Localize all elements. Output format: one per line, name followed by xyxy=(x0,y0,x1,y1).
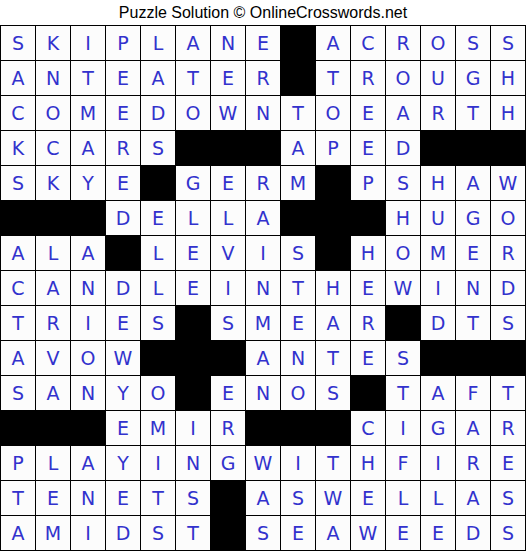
grid-cell: E xyxy=(456,236,490,270)
block-cell xyxy=(246,411,280,445)
grid-cell: E xyxy=(491,446,525,480)
grid-cell: T xyxy=(71,61,105,95)
grid-cell: S xyxy=(491,26,525,60)
grid-cell: O xyxy=(141,376,175,410)
grid-cell: I xyxy=(246,236,280,270)
page-title: Puzzle Solution © OnlineCrosswords.net xyxy=(0,0,526,25)
grid-cell: T xyxy=(386,376,420,410)
grid-cell: A xyxy=(456,481,490,515)
grid-cell: T xyxy=(316,341,350,375)
grid-cell: L xyxy=(36,446,70,480)
grid-cell: E xyxy=(386,516,420,550)
grid-cell: R xyxy=(211,411,245,445)
grid-cell: S xyxy=(1,166,35,200)
grid-cell: S xyxy=(1,376,35,410)
grid-cell: A xyxy=(246,341,280,375)
grid-cell: E xyxy=(351,271,385,305)
grid-cell: R xyxy=(456,446,490,480)
grid-cell: A xyxy=(71,131,105,165)
grid-cell: C xyxy=(1,271,35,305)
block-cell xyxy=(456,341,490,375)
grid-cell: A xyxy=(71,236,105,270)
grid-cell: A xyxy=(36,271,70,305)
grid-cell: R xyxy=(351,306,385,340)
grid-cell: O xyxy=(421,26,455,60)
grid-cell: N xyxy=(176,446,210,480)
grid-cell: E xyxy=(351,341,385,375)
grid-cell: A xyxy=(316,26,350,60)
block-cell xyxy=(211,341,245,375)
grid-cell: F xyxy=(456,376,490,410)
grid-cell: W xyxy=(211,96,245,130)
grid-cell: L xyxy=(141,271,175,305)
grid-cell: E xyxy=(106,96,140,130)
grid-cell: W xyxy=(316,481,350,515)
grid-cell: G xyxy=(211,446,245,480)
block-cell xyxy=(421,341,455,375)
grid-cell: L xyxy=(141,26,175,60)
grid-cell: O xyxy=(36,96,70,130)
grid-cell: A xyxy=(386,96,420,130)
grid-cell: W xyxy=(351,516,385,550)
grid-cell: N xyxy=(36,61,70,95)
grid-cell: E xyxy=(106,306,140,340)
grid-cell: T xyxy=(281,96,315,130)
grid-cell: T xyxy=(281,271,315,305)
grid-cell: R xyxy=(491,411,525,445)
grid-cell: O xyxy=(386,61,420,95)
grid-cell: E xyxy=(176,271,210,305)
block-cell xyxy=(211,131,245,165)
grid-cell: G xyxy=(421,411,455,445)
grid-cell: K xyxy=(1,131,35,165)
grid-cell: S xyxy=(211,306,245,340)
grid-cell: I xyxy=(71,26,105,60)
grid-cell: T xyxy=(456,96,490,130)
grid-cell: T xyxy=(176,516,210,550)
puzzle-solution-page: Puzzle Solution © OnlineCrosswords.net S… xyxy=(0,0,526,551)
grid-cell: M xyxy=(141,411,175,445)
grid-cell: S xyxy=(176,481,210,515)
block-cell xyxy=(316,411,350,445)
grid-cell: N xyxy=(456,271,490,305)
block-cell xyxy=(281,61,315,95)
grid-cell: T xyxy=(176,61,210,95)
grid-cell: R xyxy=(421,96,455,130)
grid-cell: D xyxy=(386,131,420,165)
grid-cell: A xyxy=(316,516,350,550)
block-cell xyxy=(491,341,525,375)
grid-cell: T xyxy=(316,446,350,480)
grid-cell: E xyxy=(351,131,385,165)
grid-cell: A xyxy=(246,481,280,515)
grid-cell: A xyxy=(1,236,35,270)
grid-cell: T xyxy=(491,376,525,410)
grid-cell: R xyxy=(491,236,525,270)
grid-cell: Y xyxy=(71,166,105,200)
grid-cell: A xyxy=(176,26,210,60)
block-cell xyxy=(36,411,70,445)
grid-cell: O xyxy=(176,96,210,130)
grid-cell: C xyxy=(1,96,35,130)
block-cell xyxy=(1,201,35,235)
grid-cell: A xyxy=(1,61,35,95)
grid-cell: M xyxy=(246,306,280,340)
grid-cell: D xyxy=(421,306,455,340)
grid-cell: L xyxy=(176,201,210,235)
block-cell xyxy=(281,201,315,235)
grid-cell: L xyxy=(36,236,70,270)
grid-cell: S xyxy=(491,306,525,340)
grid-cell: C xyxy=(351,26,385,60)
grid-cell: A xyxy=(1,341,35,375)
grid-cell: A xyxy=(141,61,175,95)
grid-cell: U xyxy=(421,201,455,235)
grid-cell: E xyxy=(141,201,175,235)
block-cell xyxy=(141,341,175,375)
grid-cell: U xyxy=(421,61,455,95)
grid-cell: S xyxy=(141,516,175,550)
block-cell xyxy=(71,201,105,235)
block-cell xyxy=(176,131,210,165)
grid-cell: I xyxy=(71,516,105,550)
block-cell xyxy=(456,131,490,165)
grid-cell: G xyxy=(456,61,490,95)
grid-cell: S xyxy=(281,236,315,270)
grid-cell: K xyxy=(36,26,70,60)
grid-cell: R xyxy=(36,306,70,340)
grid-cell: N xyxy=(211,26,245,60)
block-cell xyxy=(246,131,280,165)
grid-cell: S xyxy=(491,481,525,515)
grid-cell: A xyxy=(36,376,70,410)
grid-cell: L xyxy=(421,481,455,515)
grid-cell: A xyxy=(456,411,490,445)
grid-cell: S xyxy=(491,516,525,550)
grid-cell: O xyxy=(71,341,105,375)
grid-cell: A xyxy=(456,166,490,200)
block-cell xyxy=(421,131,455,165)
grid-cell: S xyxy=(456,26,490,60)
grid-cell: O xyxy=(316,96,350,130)
block-cell xyxy=(491,131,525,165)
block-cell xyxy=(211,481,245,515)
grid-cell: C xyxy=(36,131,70,165)
grid-cell: E xyxy=(211,61,245,95)
grid-cell: T xyxy=(1,306,35,340)
grid-cell: V xyxy=(36,341,70,375)
grid-cell: W xyxy=(246,446,280,480)
grid-cell: Y xyxy=(106,446,140,480)
grid-cell: M xyxy=(281,166,315,200)
grid-cell: K xyxy=(36,166,70,200)
grid-cell: O xyxy=(386,236,420,270)
grid-cell: E xyxy=(106,481,140,515)
grid-cell: N xyxy=(281,341,315,375)
grid-cell: P xyxy=(316,131,350,165)
grid-cell: R xyxy=(106,131,140,165)
grid-cell: R xyxy=(246,61,280,95)
grid-cell: H xyxy=(421,166,455,200)
grid-cell: E xyxy=(106,166,140,200)
grid-cell: D xyxy=(141,96,175,130)
grid-cell: P xyxy=(106,26,140,60)
grid-cell: S xyxy=(386,166,420,200)
block-cell xyxy=(1,411,35,445)
grid-cell: E xyxy=(351,96,385,130)
grid-cell: M xyxy=(36,516,70,550)
grid-cell: R xyxy=(351,61,385,95)
grid-cell: E xyxy=(281,516,315,550)
grid-cell: R xyxy=(386,26,420,60)
grid-cell: N xyxy=(71,376,105,410)
grid-cell: D xyxy=(106,516,140,550)
block-cell xyxy=(106,236,140,270)
grid-cell: E xyxy=(106,411,140,445)
grid-cell: E xyxy=(176,236,210,270)
grid-cell: L xyxy=(386,481,420,515)
grid-cell: E xyxy=(36,481,70,515)
grid-cell: P xyxy=(351,166,385,200)
block-cell xyxy=(281,411,315,445)
grid-cell: E xyxy=(421,516,455,550)
block-cell xyxy=(281,26,315,60)
grid-cell: H xyxy=(351,236,385,270)
block-cell xyxy=(351,201,385,235)
grid-cell: S xyxy=(1,26,35,60)
grid-cell: T xyxy=(141,481,175,515)
grid-cell: H xyxy=(491,96,525,130)
grid-cell: S xyxy=(316,376,350,410)
grid-cell: T xyxy=(456,306,490,340)
grid-cell: W xyxy=(386,271,420,305)
grid-cell: I xyxy=(176,411,210,445)
grid-cell: A xyxy=(246,201,280,235)
grid-cell: N xyxy=(246,96,280,130)
block-cell xyxy=(176,376,210,410)
block-cell xyxy=(141,166,175,200)
grid-cell: S xyxy=(141,131,175,165)
grid-cell: D xyxy=(456,516,490,550)
grid-cell: O xyxy=(491,201,525,235)
grid-cell: E xyxy=(106,61,140,95)
grid-cell: E xyxy=(246,26,280,60)
grid-cell: G xyxy=(176,166,210,200)
grid-cell: A xyxy=(421,376,455,410)
block-cell xyxy=(176,306,210,340)
grid-cell: D xyxy=(491,271,525,305)
crossword-grid: SKIPLANEACROSSANTEATERTROUGHCOMEDOWNTOEA… xyxy=(0,25,526,551)
grid-cell: N xyxy=(246,271,280,305)
grid-cell: E xyxy=(281,306,315,340)
grid-cell: I xyxy=(211,271,245,305)
grid-cell: C xyxy=(351,411,385,445)
grid-cell: V xyxy=(211,236,245,270)
grid-cell: T xyxy=(1,481,35,515)
grid-cell: I xyxy=(386,411,420,445)
grid-cell: D xyxy=(106,271,140,305)
grid-cell: I xyxy=(141,446,175,480)
block-cell xyxy=(351,376,385,410)
grid-cell: A xyxy=(1,516,35,550)
grid-cell: O xyxy=(281,376,315,410)
block-cell xyxy=(176,341,210,375)
grid-cell: M xyxy=(71,96,105,130)
block-cell xyxy=(386,306,420,340)
grid-cell: D xyxy=(106,201,140,235)
grid-cell: H xyxy=(491,61,525,95)
grid-cell: S xyxy=(246,516,280,550)
block-cell xyxy=(211,516,245,550)
block-cell xyxy=(316,201,350,235)
grid-cell: T xyxy=(316,61,350,95)
grid-cell: E xyxy=(211,166,245,200)
block-cell xyxy=(36,201,70,235)
grid-cell: W xyxy=(491,166,525,200)
grid-cell: N xyxy=(246,376,280,410)
block-cell xyxy=(316,166,350,200)
grid-cell: G xyxy=(456,201,490,235)
grid-cell: P xyxy=(1,446,35,480)
grid-cell: I xyxy=(281,446,315,480)
grid-cell: W xyxy=(106,341,140,375)
grid-cell: I xyxy=(71,306,105,340)
grid-cell: I xyxy=(421,446,455,480)
grid-cell: A xyxy=(71,446,105,480)
grid-cell: H xyxy=(316,271,350,305)
grid-cell: S xyxy=(141,306,175,340)
grid-cell: I xyxy=(421,271,455,305)
grid-cell: E xyxy=(211,376,245,410)
grid-cell: N xyxy=(71,271,105,305)
grid-cell: F xyxy=(386,446,420,480)
grid-cell: H xyxy=(351,446,385,480)
grid-cell: M xyxy=(421,236,455,270)
grid-cell: A xyxy=(281,131,315,165)
grid-cell: R xyxy=(246,166,280,200)
grid-cell: H xyxy=(386,201,420,235)
grid-cell: L xyxy=(211,201,245,235)
block-cell xyxy=(71,411,105,445)
grid-cell: Y xyxy=(106,376,140,410)
grid-cell: E xyxy=(351,481,385,515)
grid-cell: A xyxy=(316,306,350,340)
grid-cell: N xyxy=(71,481,105,515)
grid-cell: L xyxy=(141,236,175,270)
block-cell xyxy=(316,236,350,270)
grid-cell: S xyxy=(281,481,315,515)
grid-cell: S xyxy=(386,341,420,375)
